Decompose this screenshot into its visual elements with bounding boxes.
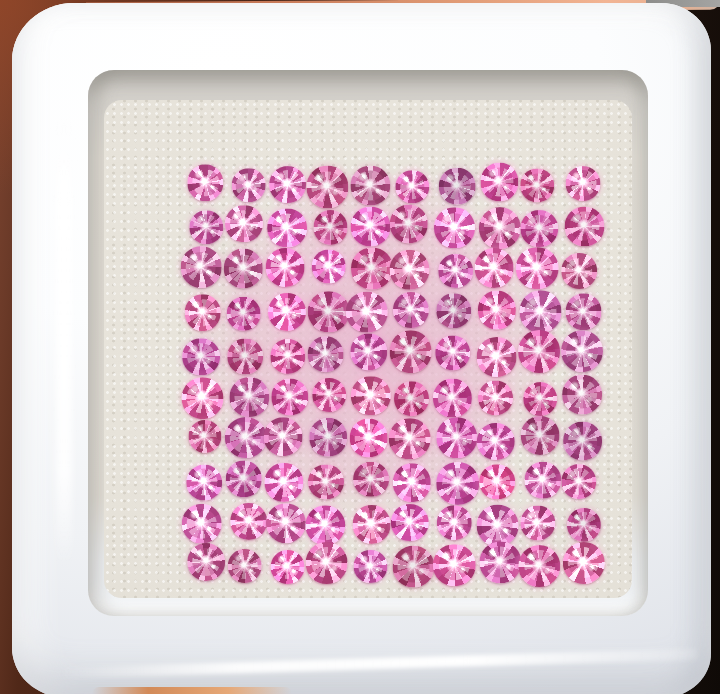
gem-cell xyxy=(476,376,518,418)
gem xyxy=(180,247,221,288)
gem xyxy=(519,545,561,587)
finger-bottom-left xyxy=(92,687,292,694)
gem xyxy=(520,416,559,455)
gem-cell xyxy=(391,248,434,291)
gem-cell xyxy=(518,248,561,291)
gem-cell xyxy=(349,206,390,248)
gem xyxy=(266,248,305,287)
gem-cell xyxy=(349,502,390,544)
gem-cell xyxy=(561,333,603,376)
gem-cell xyxy=(518,206,561,248)
gem-cell xyxy=(349,333,390,376)
gem xyxy=(187,543,225,581)
gem xyxy=(232,169,266,203)
gem-cell xyxy=(561,418,603,460)
gem xyxy=(225,461,261,497)
gem xyxy=(187,164,224,201)
gem-cell xyxy=(561,206,603,248)
gem xyxy=(265,463,303,501)
gem xyxy=(306,166,349,209)
gem-cell xyxy=(391,163,434,206)
gem xyxy=(350,333,387,370)
gem xyxy=(272,379,308,415)
gem-cell xyxy=(183,459,225,501)
gem-cell xyxy=(267,459,307,501)
gem xyxy=(183,338,220,375)
gem xyxy=(561,330,603,372)
gem xyxy=(351,206,391,246)
gem-cell xyxy=(307,206,350,248)
gem-cell xyxy=(561,459,603,501)
gem xyxy=(390,250,430,289)
gem-cell xyxy=(349,376,390,418)
gem-cell xyxy=(307,248,350,291)
gem xyxy=(477,423,515,461)
gem-cell xyxy=(183,206,225,248)
gem xyxy=(269,166,307,204)
gem xyxy=(519,291,562,334)
gem-cell xyxy=(267,206,307,248)
gem-cell xyxy=(225,206,267,248)
gem xyxy=(308,337,344,373)
gem xyxy=(227,549,262,584)
gem-cell xyxy=(433,502,475,544)
gem-cell xyxy=(476,333,518,376)
gem-cell xyxy=(307,333,350,376)
gem-cell xyxy=(225,248,267,291)
gem xyxy=(350,419,388,457)
gem-cell xyxy=(391,544,434,587)
gem xyxy=(564,206,604,246)
gem-cell xyxy=(391,418,434,460)
gem xyxy=(308,464,343,499)
gem-cell xyxy=(433,418,475,460)
gem xyxy=(264,417,303,456)
gem-cell xyxy=(267,163,307,206)
gem xyxy=(270,550,304,584)
gem-cell xyxy=(183,163,225,206)
gem xyxy=(188,420,221,453)
gem xyxy=(306,542,348,584)
gem xyxy=(477,291,516,330)
gem-cell xyxy=(433,248,475,291)
gem-cell xyxy=(225,376,267,418)
gem xyxy=(515,247,558,290)
gem-cell xyxy=(183,248,225,291)
gem xyxy=(392,545,435,588)
gem-cell xyxy=(476,459,518,501)
gem xyxy=(354,550,387,583)
gem-cell xyxy=(349,163,390,206)
gem xyxy=(224,249,263,288)
gem xyxy=(389,418,431,460)
gem-cell xyxy=(349,248,390,291)
gem xyxy=(311,249,346,284)
gem-cell xyxy=(307,290,350,333)
gem-cell xyxy=(518,376,561,418)
gem xyxy=(268,293,306,331)
gem-cell xyxy=(561,290,603,333)
gem xyxy=(479,207,521,249)
gem-cell xyxy=(225,333,267,376)
gem xyxy=(350,166,390,206)
gem xyxy=(389,330,432,373)
gem xyxy=(523,382,557,416)
gem-cell xyxy=(433,333,475,376)
gem xyxy=(563,542,605,584)
gem xyxy=(346,292,387,333)
gem-cell xyxy=(561,163,603,206)
gem xyxy=(567,507,601,541)
gem-cell xyxy=(433,163,475,206)
gem xyxy=(309,418,348,457)
gem-cell xyxy=(476,544,518,587)
gem xyxy=(225,417,266,459)
gem-cell xyxy=(476,248,518,291)
gem-cell xyxy=(391,459,434,501)
gem-cell xyxy=(307,376,350,418)
gem xyxy=(479,541,521,583)
gem xyxy=(265,503,305,543)
gem xyxy=(476,337,516,377)
gem xyxy=(305,505,345,545)
gem xyxy=(390,205,429,244)
gem xyxy=(229,377,269,417)
gem xyxy=(433,379,472,418)
gem xyxy=(437,505,472,540)
gem xyxy=(312,378,346,412)
gem-cell xyxy=(476,206,518,248)
gem xyxy=(351,376,390,415)
gem xyxy=(393,464,431,502)
gem xyxy=(396,170,430,204)
gem xyxy=(561,253,597,289)
gem-cell xyxy=(307,502,350,544)
gem-cell xyxy=(307,418,350,460)
gem-cell xyxy=(267,290,307,333)
gem xyxy=(478,380,513,415)
gem xyxy=(561,464,596,499)
gem-cell xyxy=(433,290,475,333)
gem xyxy=(437,462,479,504)
gem xyxy=(225,205,262,242)
gem xyxy=(182,503,222,543)
gem xyxy=(565,294,602,331)
gem-cell xyxy=(183,333,225,376)
gem-cell xyxy=(561,544,603,587)
gem xyxy=(182,377,224,419)
gem xyxy=(479,464,515,500)
gem xyxy=(434,208,474,248)
photo-scene xyxy=(0,0,720,694)
gem xyxy=(227,339,263,375)
gem-cell xyxy=(307,459,350,501)
gem xyxy=(227,297,261,331)
gem xyxy=(521,169,555,203)
gem-cell xyxy=(349,544,390,587)
gem-cell xyxy=(518,418,561,460)
gem xyxy=(270,338,306,374)
gem-cell xyxy=(518,333,561,376)
gem-cell xyxy=(267,376,307,418)
gem-cell xyxy=(476,502,518,544)
gem-cell xyxy=(225,418,267,460)
gem-cell xyxy=(391,290,434,333)
gem xyxy=(521,210,559,248)
gem-cell xyxy=(476,418,518,460)
gem xyxy=(520,506,555,541)
gem xyxy=(394,381,429,416)
gem xyxy=(353,462,389,498)
gem xyxy=(562,374,602,414)
gem xyxy=(391,504,428,541)
gem xyxy=(186,464,222,500)
gem-cell xyxy=(225,163,267,206)
gem xyxy=(437,418,477,458)
gem xyxy=(313,210,347,244)
gem xyxy=(439,168,476,205)
gem-cell xyxy=(183,544,225,587)
gem xyxy=(476,504,518,546)
gem-cell xyxy=(518,502,561,544)
gem-cell xyxy=(561,376,603,418)
gem-cell xyxy=(476,290,518,333)
gem-cell xyxy=(225,290,267,333)
gem-cell xyxy=(391,333,434,376)
gem xyxy=(435,335,470,370)
gem-cell xyxy=(518,163,561,206)
gem-cell xyxy=(561,502,603,544)
gem-cell xyxy=(225,502,267,544)
gem xyxy=(230,503,267,540)
gem xyxy=(564,422,603,461)
gem-cell xyxy=(518,544,561,587)
gem-cell xyxy=(183,502,225,544)
gem-cell xyxy=(307,544,350,587)
gem-cell xyxy=(476,163,518,206)
gem-cell xyxy=(433,459,475,501)
gem-cell xyxy=(391,206,434,248)
gem-cell xyxy=(225,544,267,587)
gem-cell xyxy=(267,333,307,376)
gem-cell xyxy=(391,376,434,418)
gem-cell xyxy=(307,163,350,206)
gem-cell xyxy=(391,502,434,544)
gem-cell xyxy=(518,290,561,333)
gem-cell xyxy=(183,290,225,333)
gem-cell xyxy=(433,376,475,418)
gem xyxy=(189,210,223,244)
gem xyxy=(267,208,307,248)
gem xyxy=(184,295,221,332)
gem-cell xyxy=(561,248,603,291)
gem-cell xyxy=(267,544,307,587)
gem xyxy=(308,291,350,333)
gem xyxy=(438,254,473,289)
gem xyxy=(436,294,471,329)
gem xyxy=(351,248,392,289)
gem-cell xyxy=(267,418,307,460)
gem xyxy=(475,248,514,287)
gem xyxy=(352,505,391,544)
gem-cell xyxy=(349,459,390,501)
gem-cell xyxy=(183,418,225,460)
gem-cell xyxy=(225,459,267,501)
gem-cell xyxy=(267,248,307,291)
gem-cell xyxy=(349,290,390,333)
gem-cell xyxy=(183,376,225,418)
gem xyxy=(518,330,561,373)
gem-cell xyxy=(433,544,475,587)
gem xyxy=(524,462,561,499)
gem xyxy=(393,292,429,328)
gem-grid xyxy=(183,163,569,535)
gem xyxy=(480,163,519,202)
gem xyxy=(433,544,475,586)
gem-cell xyxy=(433,206,475,248)
gem-cell xyxy=(518,459,561,501)
gem-cell xyxy=(267,502,307,544)
gem xyxy=(566,166,601,201)
gem-cell xyxy=(349,418,390,460)
